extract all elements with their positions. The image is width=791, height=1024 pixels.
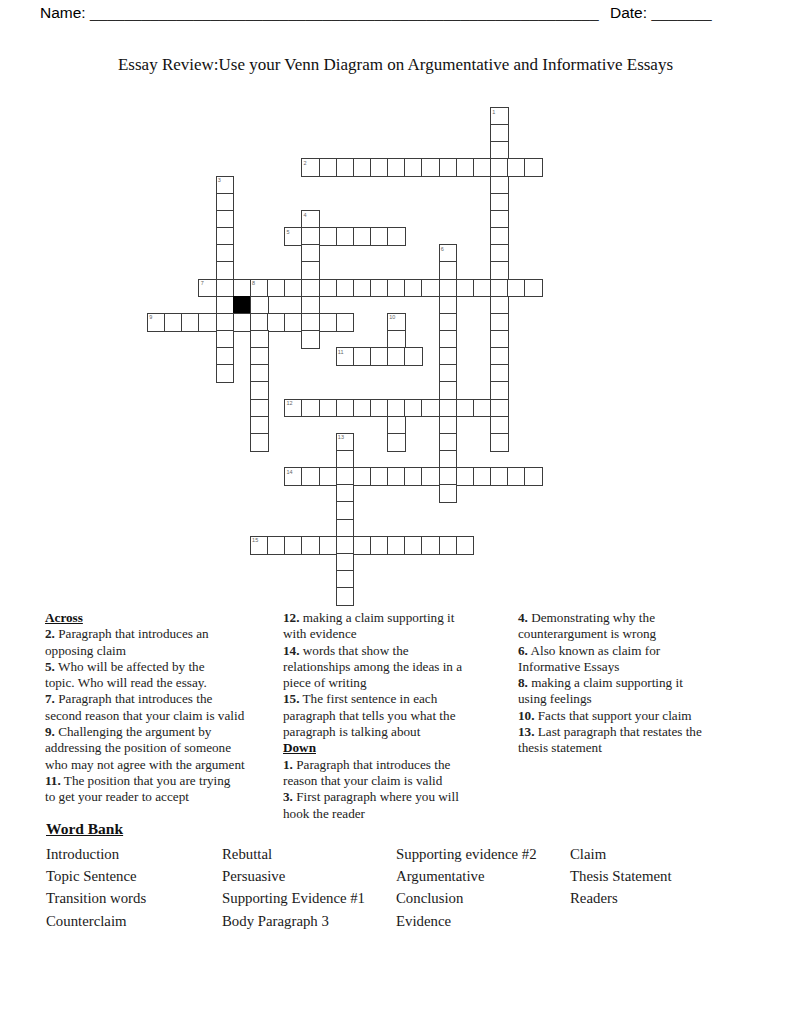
- grid-cell[interactable]: [301, 467, 320, 486]
- grid-cell[interactable]: [507, 467, 526, 486]
- clue-d10: 10. Facts that support your claim: [518, 708, 746, 724]
- clues-column-3: 4. Demonstrating why the counterargument…: [518, 610, 746, 757]
- grid-cell[interactable]: [336, 399, 355, 418]
- clue-d8: 8. making a claim supporting it using fe…: [518, 675, 746, 708]
- clue-number: 1: [492, 109, 495, 115]
- grid-cell[interactable]: [439, 158, 458, 177]
- grid-cell[interactable]: [250, 433, 269, 452]
- grid-cell[interactable]: [250, 364, 269, 383]
- clue-a15: 15. The first sentence in each paragraph…: [283, 691, 498, 740]
- grid-cell[interactable]: [490, 124, 509, 143]
- grid-cell[interactable]: [319, 227, 338, 246]
- grid-cell[interactable]: [216, 279, 235, 298]
- grid-cell[interactable]: [267, 279, 286, 298]
- grid-cell[interactable]: [421, 158, 440, 177]
- grid-cell[interactable]: [336, 158, 355, 177]
- grid-cell[interactable]: [233, 279, 252, 298]
- grid-cell[interactable]: [336, 227, 355, 246]
- grid-cell[interactable]: [490, 296, 509, 315]
- name-label: Name:: [40, 4, 86, 21]
- word-bank-column-4: ClaimThesis StatementReaders: [570, 843, 672, 910]
- grid-cell[interactable]: [490, 399, 509, 418]
- grid-cell[interactable]: [387, 330, 406, 349]
- grid-cell[interactable]: [319, 536, 338, 555]
- down-heading: Down: [283, 740, 498, 756]
- clue-d4: 4. Demonstrating why the counterargument…: [518, 610, 746, 643]
- grid-cell[interactable]: [490, 364, 509, 383]
- grid-cell[interactable]: [490, 176, 509, 195]
- clue-number: 6: [441, 246, 444, 252]
- grid-cell[interactable]: [301, 279, 320, 298]
- clue-a7: 7. Paragraph that introduces the second …: [45, 691, 290, 724]
- grid-cell[interactable]: [250, 347, 269, 366]
- grid-cell[interactable]: [456, 399, 475, 418]
- word-bank-column-2: RebuttalPersuasiveSupporting Evidence #1…: [222, 843, 365, 932]
- grid-cell[interactable]: [387, 467, 406, 486]
- grid-cell[interactable]: [421, 467, 440, 486]
- grid-cell[interactable]: [284, 536, 303, 555]
- grid-cell[interactable]: [370, 279, 389, 298]
- grid-cell[interactable]: [439, 296, 458, 315]
- grid-cell[interactable]: [319, 399, 338, 418]
- grid-cell[interactable]: [387, 399, 406, 418]
- worksheet-page: Name: __________________________________…: [0, 0, 791, 1024]
- word-bank-item: Argumentative: [396, 865, 537, 887]
- clue-number: 12: [286, 400, 292, 406]
- grid-cell[interactable]: [319, 279, 338, 298]
- grid-cell[interactable]: [490, 279, 509, 298]
- grid-cell[interactable]: [250, 313, 269, 332]
- clue-a9: 9. Challenging the argument by addressin…: [45, 724, 290, 773]
- grid-cell[interactable]: [490, 141, 509, 160]
- clue-number: 7: [201, 280, 204, 286]
- grid-cell[interactable]: [490, 330, 509, 349]
- grid-cell[interactable]: [336, 570, 355, 589]
- clue-d3: 3. First paragraph where you will hook t…: [283, 789, 498, 822]
- clue-a2: 2. Paragraph that introduces an opposing…: [45, 626, 290, 659]
- grid-cell[interactable]: [387, 158, 406, 177]
- grid-cell[interactable]: [319, 158, 338, 177]
- grid-cell[interactable]: [319, 467, 338, 486]
- grid-cell[interactable]: [439, 381, 458, 400]
- clue-number: 11: [338, 349, 344, 355]
- grid-cell[interactable]: [336, 553, 355, 572]
- grid-cell[interactable]: [439, 313, 458, 332]
- clue-a14: 14. words that show the relationships am…: [283, 643, 498, 692]
- clue-number: 10: [389, 314, 395, 320]
- clue-number: 9: [149, 314, 152, 320]
- grid-cell[interactable]: [404, 347, 423, 366]
- name-header: Name: __________________________________…: [40, 4, 599, 22]
- grid-cell[interactable]: [267, 313, 286, 332]
- grid-cell[interactable]: [216, 296, 235, 315]
- clue-number: 13: [338, 434, 344, 440]
- grid-cell[interactable]: [456, 279, 475, 298]
- grid-cell[interactable]: [336, 587, 355, 606]
- grid-cell[interactable]: [490, 313, 509, 332]
- grid-cell[interactable]: [336, 450, 355, 469]
- grid-cell[interactable]: [216, 244, 235, 263]
- name-field[interactable]: ________________________________________…: [90, 4, 599, 21]
- grid-cell[interactable]: [456, 536, 475, 555]
- grid-cell[interactable]: [250, 381, 269, 400]
- grid-cell[interactable]: [387, 227, 406, 246]
- clues-column-1: Across2. Paragraph that introduces an op…: [45, 610, 290, 806]
- clue-a5: 5. Who will be affected by the topic. Wh…: [45, 659, 290, 692]
- clue-a12: 12. making a claim supporting it with ev…: [283, 610, 498, 643]
- grid-cell[interactable]: [490, 210, 509, 229]
- grid-cell[interactable]: [490, 381, 509, 400]
- grid-cell[interactable]: [216, 227, 235, 246]
- grid-cell[interactable]: [370, 227, 389, 246]
- word-bank-item: Topic Sentence: [46, 865, 146, 887]
- grid-cell[interactable]: [387, 433, 406, 452]
- grid-cell[interactable]: [490, 416, 509, 435]
- grid-cell[interactable]: [490, 244, 509, 263]
- grid-cell[interactable]: [370, 158, 389, 177]
- grid-cell[interactable]: [439, 364, 458, 383]
- grid-cell[interactable]: [336, 467, 355, 486]
- date-header: Date: _______: [610, 4, 712, 22]
- grid-cell[interactable]: [216, 261, 235, 280]
- word-bank-item: Transition words: [46, 887, 146, 909]
- grid-cell[interactable]: [216, 364, 235, 383]
- grid-cell[interactable]: [490, 261, 509, 280]
- grid-cell[interactable]: [490, 433, 509, 452]
- grid-cell[interactable]: [490, 347, 509, 366]
- grid-cell[interactable]: [353, 467, 372, 486]
- grid-cell[interactable]: [439, 347, 458, 366]
- grid-cell[interactable]: [387, 347, 406, 366]
- grid-cell[interactable]: [353, 158, 372, 177]
- crossword-grid: 123456789101112131415: [147, 107, 547, 607]
- word-bank-item: Introduction: [46, 843, 146, 865]
- across-heading: Across: [45, 610, 290, 626]
- grid-cell[interactable]: [353, 399, 372, 418]
- grid-cell[interactable]: [216, 330, 235, 349]
- grid-cell[interactable]: [473, 279, 492, 298]
- grid-cell[interactable]: [319, 313, 338, 332]
- clue-number: 2: [304, 160, 307, 166]
- grid-cell[interactable]: [216, 210, 235, 229]
- clue-number: 4: [304, 212, 307, 218]
- word-bank-item: Rebuttal: [222, 843, 365, 865]
- grid-cell[interactable]: [284, 279, 303, 298]
- word-bank-heading: Word Bank: [46, 820, 123, 838]
- word-bank-item: Supporting evidence #2: [396, 843, 537, 865]
- word-bank-item: Counterclaim: [46, 910, 146, 932]
- date-field[interactable]: _______: [651, 4, 711, 21]
- grid-cell[interactable]: [387, 279, 406, 298]
- grid-cell[interactable]: [370, 347, 389, 366]
- grid-cell[interactable]: [301, 313, 320, 332]
- grid-cell[interactable]: [301, 330, 320, 349]
- grid-cell[interactable]: [439, 450, 458, 469]
- grid-cell[interactable]: [284, 313, 303, 332]
- grid-cell[interactable]: [336, 313, 355, 332]
- page-title: Essay Review:Use your Venn Diagram on Ar…: [0, 55, 791, 75]
- grid-cell[interactable]: [250, 416, 269, 435]
- grid-cell[interactable]: [404, 467, 423, 486]
- grid-cell[interactable]: [404, 158, 423, 177]
- grid-cell[interactable]: [473, 467, 492, 486]
- clues-column-2: 12. making a claim supporting it with ev…: [283, 610, 498, 822]
- grid-cell[interactable]: [301, 261, 320, 280]
- word-bank-column-1: IntroductionTopic SentenceTransition wor…: [46, 843, 146, 932]
- word-bank-item: Conclusion: [396, 887, 537, 909]
- clue-number: 15: [252, 537, 258, 543]
- grid-cell[interactable]: [387, 416, 406, 435]
- grid-cell[interactable]: [336, 484, 355, 503]
- grid-cell[interactable]: [164, 313, 183, 332]
- grid-cell[interactable]: [353, 227, 372, 246]
- grid-cell[interactable]: [404, 536, 423, 555]
- grid-cell[interactable]: [233, 313, 252, 332]
- grid-cell[interactable]: [301, 227, 320, 246]
- grid-cell[interactable]: [336, 501, 355, 520]
- grid-cell[interactable]: [524, 158, 543, 177]
- grid-cell[interactable]: [439, 399, 458, 418]
- grid-cell[interactable]: [301, 536, 320, 555]
- grid-cell[interactable]: [439, 467, 458, 486]
- grid-cell[interactable]: [439, 484, 458, 503]
- grid-cell[interactable]: [250, 399, 269, 418]
- grid-cell[interactable]: [267, 536, 286, 555]
- grid-cell[interactable]: [250, 330, 269, 349]
- clue-d13: 13. Last paragraph that restates the the…: [518, 724, 746, 757]
- grid-cell[interactable]: [301, 244, 320, 263]
- grid-cell[interactable]: [507, 158, 526, 177]
- grid-cell[interactable]: [353, 536, 372, 555]
- clue-number: 14: [286, 469, 292, 475]
- word-bank-item: Persuasive: [222, 865, 365, 887]
- clue-number: 5: [286, 229, 289, 235]
- grid-cell[interactable]: [439, 261, 458, 280]
- word-bank-item: Evidence: [396, 910, 537, 932]
- grid-cell[interactable]: [336, 536, 355, 555]
- grid-cell[interactable]: [473, 399, 492, 418]
- blocked-cell: [233, 296, 252, 315]
- grid-cell[interactable]: [216, 193, 235, 212]
- clue-d6: 6. Also known as claim for Informative E…: [518, 643, 746, 676]
- word-bank-item: Supporting Evidence #1: [222, 887, 365, 909]
- grid-cell[interactable]: [404, 399, 423, 418]
- grid-cell[interactable]: [216, 313, 235, 332]
- grid-cell[interactable]: [507, 279, 526, 298]
- clue-number: 8: [252, 280, 255, 286]
- grid-cell[interactable]: [250, 296, 269, 315]
- grid-cell[interactable]: [473, 158, 492, 177]
- word-bank-column-3: Supporting evidence #2ArgumentativeConcl…: [396, 843, 537, 932]
- grid-cell[interactable]: [439, 330, 458, 349]
- grid-cell[interactable]: [301, 296, 320, 315]
- word-bank-item: Body Paragraph 3: [222, 910, 365, 932]
- grid-cell[interactable]: [404, 279, 423, 298]
- grid-cell[interactable]: [301, 399, 320, 418]
- grid-cell[interactable]: [353, 347, 372, 366]
- word-bank-item: Readers: [570, 887, 672, 909]
- grid-cell[interactable]: [439, 536, 458, 555]
- grid-cell[interactable]: [387, 536, 406, 555]
- grid-cell[interactable]: [370, 399, 389, 418]
- grid-cell[interactable]: [524, 279, 543, 298]
- grid-cell[interactable]: [336, 279, 355, 298]
- grid-cell[interactable]: [490, 193, 509, 212]
- grid-cell[interactable]: [370, 467, 389, 486]
- grid-cell[interactable]: [370, 536, 389, 555]
- grid-cell[interactable]: [421, 279, 440, 298]
- grid-cell[interactable]: [490, 467, 509, 486]
- grid-cell[interactable]: [421, 399, 440, 418]
- grid-cell[interactable]: [198, 313, 217, 332]
- grid-cell[interactable]: [439, 279, 458, 298]
- grid-cell[interactable]: [456, 467, 475, 486]
- grid-cell[interactable]: [181, 313, 200, 332]
- clue-d1: 1. Paragraph that introduces the reason …: [283, 757, 498, 790]
- grid-cell[interactable]: [524, 467, 543, 486]
- word-bank-item: Thesis Statement: [570, 865, 672, 887]
- grid-cell[interactable]: [439, 433, 458, 452]
- grid-cell[interactable]: [421, 536, 440, 555]
- grid-cell[interactable]: [216, 347, 235, 366]
- grid-cell[interactable]: [336, 519, 355, 538]
- grid-cell[interactable]: [353, 279, 372, 298]
- clue-number: 3: [218, 177, 221, 183]
- grid-cell[interactable]: [490, 158, 509, 177]
- grid-cell[interactable]: [490, 227, 509, 246]
- grid-cell[interactable]: [456, 158, 475, 177]
- grid-cell[interactable]: [439, 416, 458, 435]
- clue-a11: 11. The position that you are trying to …: [45, 773, 290, 806]
- word-bank-item: Claim: [570, 843, 672, 865]
- date-label: Date:: [610, 4, 647, 21]
